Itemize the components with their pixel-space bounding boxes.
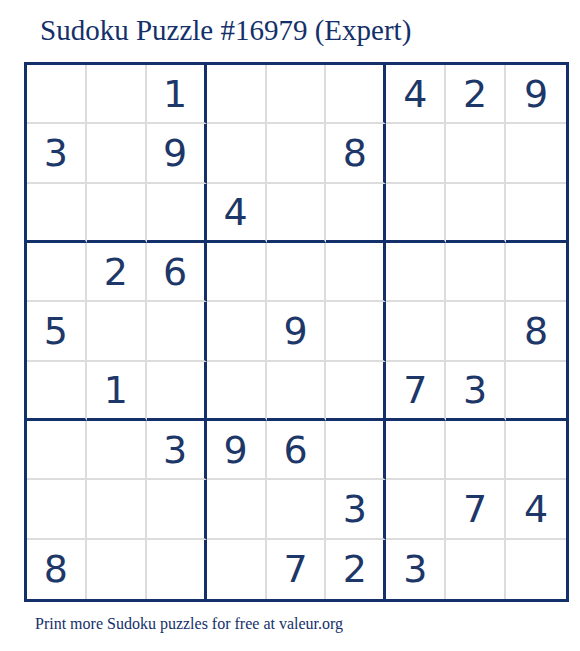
cell-r2c9 xyxy=(506,124,566,183)
cell-r7c3: 3 xyxy=(147,421,207,480)
cell-r9c2 xyxy=(87,540,147,599)
cell-r5c7 xyxy=(386,302,446,361)
cell-r2c2 xyxy=(87,124,147,183)
sudoku-board: 14293984265981733963748723 xyxy=(24,62,569,602)
cell-r1c2 xyxy=(87,65,147,124)
cell-r3c6 xyxy=(326,184,386,243)
cell-r7c8 xyxy=(446,421,506,480)
cell-r9c1: 8 xyxy=(27,540,87,599)
cell-r9c9 xyxy=(506,540,566,599)
cell-r8c2 xyxy=(87,480,147,539)
cell-r9c5: 7 xyxy=(267,540,327,599)
cell-r8c9: 4 xyxy=(506,480,566,539)
cell-r8c3 xyxy=(147,480,207,539)
cell-r4c8 xyxy=(446,243,506,302)
cell-r5c3 xyxy=(147,302,207,361)
cell-r2c7 xyxy=(386,124,446,183)
cell-r1c4 xyxy=(207,65,267,124)
cell-r2c8 xyxy=(446,124,506,183)
cell-r1c6 xyxy=(326,65,386,124)
cell-r5c9: 8 xyxy=(506,302,566,361)
cell-r4c2: 2 xyxy=(87,243,147,302)
cell-r1c7: 4 xyxy=(386,65,446,124)
cell-r3c3 xyxy=(147,184,207,243)
cell-r3c8 xyxy=(446,184,506,243)
cell-r7c1 xyxy=(27,421,87,480)
cell-r3c2 xyxy=(87,184,147,243)
cell-r8c1 xyxy=(27,480,87,539)
footer-text: Print more Sudoku puzzles for free at va… xyxy=(35,615,343,633)
cell-r2c3: 9 xyxy=(147,124,207,183)
cell-r4c6 xyxy=(326,243,386,302)
cell-r9c6: 2 xyxy=(326,540,386,599)
cell-r8c4 xyxy=(207,480,267,539)
cell-r5c6 xyxy=(326,302,386,361)
cell-r6c2: 1 xyxy=(87,362,147,421)
cell-r7c4: 9 xyxy=(207,421,267,480)
cell-r1c8: 2 xyxy=(446,65,506,124)
cell-r6c9 xyxy=(506,362,566,421)
cell-r7c9 xyxy=(506,421,566,480)
cell-r6c1 xyxy=(27,362,87,421)
cell-r6c7: 7 xyxy=(386,362,446,421)
cell-r2c1: 3 xyxy=(27,124,87,183)
cell-r4c9 xyxy=(506,243,566,302)
cell-r2c4 xyxy=(207,124,267,183)
cell-r3c4: 4 xyxy=(207,184,267,243)
cell-r4c1 xyxy=(27,243,87,302)
page-title: Sudoku Puzzle #16979 (Expert) xyxy=(40,14,411,47)
cell-r4c4 xyxy=(207,243,267,302)
cell-r5c8 xyxy=(446,302,506,361)
cell-r4c7 xyxy=(386,243,446,302)
cell-r8c7 xyxy=(386,480,446,539)
cell-r8c8: 7 xyxy=(446,480,506,539)
cell-r5c5: 9 xyxy=(267,302,327,361)
cell-r9c3 xyxy=(147,540,207,599)
cell-r5c2 xyxy=(87,302,147,361)
cell-r5c4 xyxy=(207,302,267,361)
cell-r9c8 xyxy=(446,540,506,599)
cell-r1c3: 1 xyxy=(147,65,207,124)
cell-r1c5 xyxy=(267,65,327,124)
cell-r3c5 xyxy=(267,184,327,243)
cell-r3c1 xyxy=(27,184,87,243)
cell-r9c4 xyxy=(207,540,267,599)
cell-r4c3: 6 xyxy=(147,243,207,302)
cell-r7c6 xyxy=(326,421,386,480)
cell-r9c7: 3 xyxy=(386,540,446,599)
cell-r8c6: 3 xyxy=(326,480,386,539)
cell-r8c5 xyxy=(267,480,327,539)
cell-r3c9 xyxy=(506,184,566,243)
cell-r5c1: 5 xyxy=(27,302,87,361)
cell-r6c6 xyxy=(326,362,386,421)
sudoku-page: Sudoku Puzzle #16979 (Expert) 1429398426… xyxy=(0,0,580,651)
cell-r7c2 xyxy=(87,421,147,480)
cell-r6c3 xyxy=(147,362,207,421)
cell-r7c7 xyxy=(386,421,446,480)
cell-r2c5 xyxy=(267,124,327,183)
cell-r6c4 xyxy=(207,362,267,421)
cell-r6c5 xyxy=(267,362,327,421)
cell-r1c9: 9 xyxy=(506,65,566,124)
cell-r3c7 xyxy=(386,184,446,243)
cell-r4c5 xyxy=(267,243,327,302)
cell-r2c6: 8 xyxy=(326,124,386,183)
cell-r7c5: 6 xyxy=(267,421,327,480)
cell-r6c8: 3 xyxy=(446,362,506,421)
cell-r1c1 xyxy=(27,65,87,124)
